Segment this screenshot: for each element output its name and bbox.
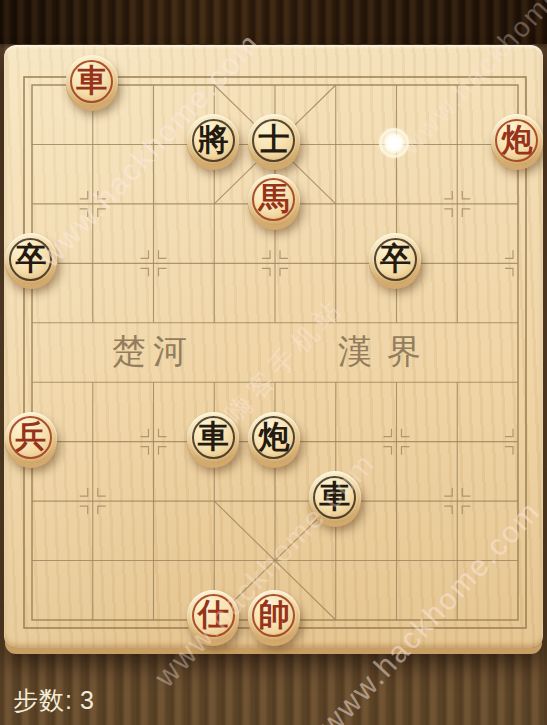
piece-red-advisor[interactable]: 仕 xyxy=(187,590,239,642)
piece-glyph: 炮 xyxy=(258,421,289,452)
move-counter-label: 步数: xyxy=(13,686,73,714)
pieces-grid: 車將士炮馬卒卒兵車炮車仕帥 xyxy=(2,55,547,649)
piece-glyph: 卒 xyxy=(380,243,411,274)
piece-glyph: 炮 xyxy=(501,124,532,155)
piece-glyph: 兵 xyxy=(15,421,46,452)
move-counter: 步数:3 xyxy=(13,684,95,717)
piece-glyph: 仕 xyxy=(198,599,229,630)
piece-red-chariot-1[interactable]: 車 xyxy=(66,55,118,107)
piece-glyph: 車 xyxy=(76,65,107,96)
piece-glyph: 將 xyxy=(198,124,229,155)
piece-black-cannon[interactable]: 炮 xyxy=(248,412,300,464)
piece-black-soldier-1[interactable]: 卒 xyxy=(5,233,57,285)
piece-glyph: 車 xyxy=(198,421,229,452)
piece-red-cannon[interactable]: 炮 xyxy=(491,114,543,166)
top-wood-band xyxy=(0,0,547,44)
piece-glyph: 帥 xyxy=(258,599,289,630)
piece-black-general[interactable]: 將 xyxy=(187,114,239,166)
piece-black-chariot-1[interactable]: 車 xyxy=(187,412,239,464)
piece-red-soldier[interactable]: 兵 xyxy=(5,412,57,464)
piece-black-advisor[interactable]: 士 xyxy=(248,114,300,166)
piece-glyph: 卒 xyxy=(15,243,46,274)
piece-glyph: 車 xyxy=(319,481,350,512)
piece-glyph: 士 xyxy=(258,124,289,155)
piece-black-chariot-2[interactable]: 車 xyxy=(309,471,361,523)
piece-red-general[interactable]: 帥 xyxy=(248,590,300,642)
piece-glyph: 馬 xyxy=(258,183,289,214)
piece-red-horse[interactable]: 馬 xyxy=(248,174,300,226)
piece-black-soldier-2[interactable]: 卒 xyxy=(369,233,421,285)
move-counter-value: 3 xyxy=(80,686,95,714)
